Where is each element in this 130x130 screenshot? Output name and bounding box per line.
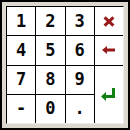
- key-0[interactable]: 0: [36, 95, 64, 123]
- close-button[interactable]: [95, 7, 123, 35]
- key-8[interactable]: 8: [36, 66, 64, 94]
- key-4[interactable]: 4: [7, 36, 35, 64]
- key-1[interactable]: 1: [7, 7, 35, 35]
- key-3[interactable]: 3: [66, 7, 94, 35]
- key-6[interactable]: 6: [66, 36, 94, 64]
- key-decimal[interactable]: .: [66, 95, 94, 123]
- key-2[interactable]: 2: [36, 7, 64, 35]
- key-5[interactable]: 5: [36, 36, 64, 64]
- numeric-keypad: 1 2 3 4 5 6 7 8 9 - 0 .: [6, 6, 124, 124]
- key-7[interactable]: 7: [7, 66, 35, 94]
- key-minus[interactable]: -: [7, 95, 35, 123]
- close-x-icon: [103, 16, 115, 27]
- enter-button[interactable]: [95, 66, 123, 124]
- backspace-arrow-icon: [102, 46, 115, 54]
- backspace-button[interactable]: [95, 36, 123, 64]
- enter-return-arrow-icon: [101, 88, 116, 101]
- key-9[interactable]: 9: [66, 66, 94, 94]
